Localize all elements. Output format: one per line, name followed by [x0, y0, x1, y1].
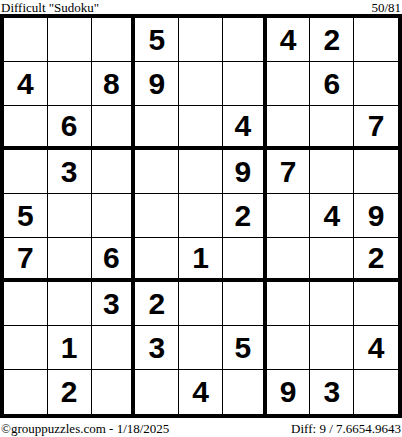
cell-r1c1[interactable]: [4, 18, 48, 62]
cell-r7c7[interactable]: [267, 282, 311, 326]
cell-r8c1[interactable]: [4, 326, 48, 370]
cell-r5c4[interactable]: [135, 194, 179, 238]
cells-remaining-counter: 50/81: [371, 1, 401, 14]
cell-r6c7[interactable]: [267, 238, 311, 282]
cell-r7c8[interactable]: [310, 282, 354, 326]
cell-r1c3[interactable]: [92, 18, 136, 62]
cell-r8c9[interactable]: 4: [354, 326, 398, 370]
cell-r3c8[interactable]: [310, 106, 354, 150]
cell-r2c7[interactable]: [267, 62, 311, 106]
cell-r9c2[interactable]: 2: [48, 370, 92, 414]
cell-r3c7[interactable]: [267, 106, 311, 150]
cell-r4c3[interactable]: [92, 150, 136, 194]
sudoku-board: 5424896647397524976123213542493: [0, 14, 402, 418]
cell-r4c4[interactable]: [135, 150, 179, 194]
cell-r5c9[interactable]: 9: [354, 194, 398, 238]
cell-r4c6[interactable]: 9: [223, 150, 267, 194]
cell-r3c5[interactable]: [179, 106, 223, 150]
cell-r1c4[interactable]: 5: [135, 18, 179, 62]
cell-r4c9[interactable]: [354, 150, 398, 194]
cell-r8c8[interactable]: [310, 326, 354, 370]
cell-r1c5[interactable]: [179, 18, 223, 62]
cell-r1c7[interactable]: 4: [267, 18, 311, 62]
cell-r8c6[interactable]: 5: [223, 326, 267, 370]
cell-r8c2[interactable]: 1: [48, 326, 92, 370]
cell-r4c8[interactable]: [310, 150, 354, 194]
cell-r5c1[interactable]: 5: [4, 194, 48, 238]
sudoku-page: Difficult "Sudoku" 50/81 542489664739752…: [0, 0, 402, 437]
cell-r2c4[interactable]: 9: [135, 62, 179, 106]
cell-r2c8[interactable]: 6: [310, 62, 354, 106]
cell-r4c7[interactable]: 7: [267, 150, 311, 194]
cell-r3c1[interactable]: [4, 106, 48, 150]
cell-r1c2[interactable]: [48, 18, 92, 62]
cell-r7c9[interactable]: [354, 282, 398, 326]
cell-r6c2[interactable]: [48, 238, 92, 282]
cell-r2c6[interactable]: [223, 62, 267, 106]
cell-r5c2[interactable]: [48, 194, 92, 238]
cell-r5c8[interactable]: 4: [310, 194, 354, 238]
cell-r6c6[interactable]: [223, 238, 267, 282]
cell-r9c7[interactable]: 9: [267, 370, 311, 414]
cell-r5c3[interactable]: [92, 194, 136, 238]
cell-r7c3[interactable]: 3: [92, 282, 136, 326]
cell-r6c1[interactable]: 7: [4, 238, 48, 282]
cell-r3c4[interactable]: [135, 106, 179, 150]
cell-r5c6[interactable]: 2: [223, 194, 267, 238]
cell-r7c6[interactable]: [223, 282, 267, 326]
puzzle-title: Difficult "Sudoku": [1, 1, 99, 14]
cell-r7c5[interactable]: [179, 282, 223, 326]
cell-r3c9[interactable]: 7: [354, 106, 398, 150]
cell-r3c2[interactable]: 6: [48, 106, 92, 150]
cell-r6c9[interactable]: 2: [354, 238, 398, 282]
cell-r7c1[interactable]: [4, 282, 48, 326]
copyright-text: ©grouppuzzles.com - 1/18/2025: [1, 421, 169, 437]
cell-r1c9[interactable]: [354, 18, 398, 62]
cell-r4c2[interactable]: 3: [48, 150, 92, 194]
cell-r2c5[interactable]: [179, 62, 223, 106]
cell-r5c7[interactable]: [267, 194, 311, 238]
cell-r9c3[interactable]: [92, 370, 136, 414]
cell-r9c1[interactable]: [4, 370, 48, 414]
cell-r4c1[interactable]: [4, 150, 48, 194]
cell-r3c6[interactable]: 4: [223, 106, 267, 150]
cell-r6c8[interactable]: [310, 238, 354, 282]
cell-r2c2[interactable]: [48, 62, 92, 106]
cell-r5c5[interactable]: [179, 194, 223, 238]
cell-r2c1[interactable]: 4: [4, 62, 48, 106]
cell-r6c4[interactable]: [135, 238, 179, 282]
header: Difficult "Sudoku" 50/81: [0, 0, 402, 14]
cell-r1c6[interactable]: [223, 18, 267, 62]
cell-r9c8[interactable]: 3: [310, 370, 354, 414]
cell-r9c4[interactable]: [135, 370, 179, 414]
cell-r9c9[interactable]: [354, 370, 398, 414]
cell-r8c4[interactable]: 3: [135, 326, 179, 370]
cell-r4c5[interactable]: [179, 150, 223, 194]
cell-r2c3[interactable]: 8: [92, 62, 136, 106]
cell-r8c3[interactable]: [92, 326, 136, 370]
cell-r3c3[interactable]: [92, 106, 136, 150]
footer: ©grouppuzzles.com - 1/18/2025 Diff: 9 / …: [0, 418, 402, 437]
cell-r6c5[interactable]: 1: [179, 238, 223, 282]
cell-r1c8[interactable]: 2: [310, 18, 354, 62]
cell-r7c4[interactable]: 2: [135, 282, 179, 326]
cell-r8c5[interactable]: [179, 326, 223, 370]
cell-r6c3[interactable]: 6: [92, 238, 136, 282]
cell-r9c6[interactable]: [223, 370, 267, 414]
cell-r7c2[interactable]: [48, 282, 92, 326]
cell-r8c7[interactable]: [267, 326, 311, 370]
cell-r2c9[interactable]: [354, 62, 398, 106]
cell-r9c5[interactable]: 4: [179, 370, 223, 414]
difficulty-text: Diff: 9 / 7.6654.9643: [291, 421, 401, 437]
